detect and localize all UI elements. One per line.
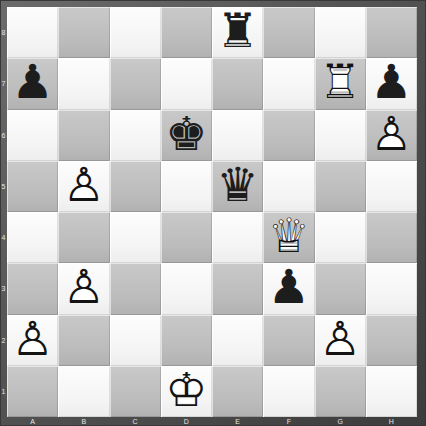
file-label-c: C: [110, 417, 161, 426]
white-piece-outline: ♙: [58, 159, 109, 210]
rank-label-5: 5: [0, 161, 7, 212]
square-f5[interactable]: [263, 161, 314, 212]
square-e1[interactable]: [212, 366, 263, 417]
square-f1[interactable]: [263, 366, 314, 417]
square-g8[interactable]: [315, 7, 366, 58]
square-h2[interactable]: [366, 315, 417, 366]
square-e6[interactable]: [212, 110, 263, 161]
square-a7[interactable]: ♟: [7, 58, 58, 109]
piece-white-pawn[interactable]: ♟♙: [58, 161, 109, 212]
square-b5[interactable]: ♟♙: [58, 161, 109, 212]
piece-white-pawn[interactable]: ♟♙: [58, 263, 109, 314]
square-b1[interactable]: [58, 366, 109, 417]
square-f4[interactable]: ♛♕: [263, 212, 314, 263]
file-label-g: G: [315, 417, 366, 426]
piece-white-queen[interactable]: ♛♕: [263, 212, 314, 263]
piece-white-rook[interactable]: ♜♖: [315, 58, 366, 109]
black-piece-glyph: ♟: [263, 261, 314, 312]
square-d1[interactable]: ♚♔: [161, 366, 212, 417]
rank-label-8: 8: [0, 7, 7, 58]
rank-label-1: 1: [0, 366, 7, 417]
square-c6[interactable]: [110, 110, 161, 161]
piece-black-pawn[interactable]: ♟: [366, 58, 417, 109]
square-c3[interactable]: [110, 263, 161, 314]
square-b7[interactable]: [58, 58, 109, 109]
square-d6[interactable]: ♚: [161, 110, 212, 161]
square-e3[interactable]: [212, 263, 263, 314]
rank-label-6: 6: [0, 110, 7, 161]
square-e4[interactable]: [212, 212, 263, 263]
square-e8[interactable]: ♜: [212, 7, 263, 58]
square-f2[interactable]: [263, 315, 314, 366]
square-d3[interactable]: [161, 263, 212, 314]
white-piece-outline: ♔: [161, 364, 212, 415]
rank-label-3: 3: [0, 263, 7, 314]
square-b3[interactable]: ♟♙: [58, 263, 109, 314]
white-piece-outline: ♙: [58, 261, 109, 312]
black-piece-glyph: ♟: [7, 56, 58, 107]
square-f6[interactable]: [263, 110, 314, 161]
square-g3[interactable]: [315, 263, 366, 314]
file-label-a: A: [7, 417, 58, 426]
square-a6[interactable]: [7, 110, 58, 161]
square-h1[interactable]: [366, 366, 417, 417]
square-a5[interactable]: [7, 161, 58, 212]
square-c1[interactable]: [110, 366, 161, 417]
square-d7[interactable]: [161, 58, 212, 109]
file-label-b: B: [58, 417, 109, 426]
square-d8[interactable]: [161, 7, 212, 58]
piece-white-pawn[interactable]: ♟♙: [315, 315, 366, 366]
black-piece-glyph: ♟: [366, 56, 417, 107]
square-g1[interactable]: [315, 366, 366, 417]
square-b4[interactable]: [58, 212, 109, 263]
white-piece-outline: ♙: [7, 313, 58, 364]
square-g5[interactable]: [315, 161, 366, 212]
square-b6[interactable]: [58, 110, 109, 161]
file-label-f: F: [263, 417, 314, 426]
square-g4[interactable]: [315, 212, 366, 263]
piece-white-king[interactable]: ♚♔: [161, 366, 212, 417]
rank-label-4: 4: [0, 212, 7, 263]
piece-black-rook[interactable]: ♜: [212, 7, 263, 58]
file-label-d: D: [161, 417, 212, 426]
square-b8[interactable]: [58, 7, 109, 58]
square-b2[interactable]: [58, 315, 109, 366]
square-a4[interactable]: [7, 212, 58, 263]
square-c5[interactable]: [110, 161, 161, 212]
square-g7[interactable]: ♜♖: [315, 58, 366, 109]
square-f8[interactable]: [263, 7, 314, 58]
square-h8[interactable]: [366, 7, 417, 58]
piece-white-pawn[interactable]: ♟♙: [366, 110, 417, 161]
black-piece-glyph: ♛: [212, 159, 263, 210]
file-label-h: H: [366, 417, 417, 426]
black-piece-glyph: ♚: [161, 108, 212, 159]
chess-board-frame: ♜♟♜♖♟♚♟♙♟♙♛♛♕♟♙♟♟♙♟♙♚♔ 8A7B6C5D4E3F2G1H: [0, 0, 426, 426]
square-h4[interactable]: [366, 212, 417, 263]
square-d5[interactable]: [161, 161, 212, 212]
square-e2[interactable]: [212, 315, 263, 366]
square-f3[interactable]: ♟: [263, 263, 314, 314]
rank-label-7: 7: [0, 58, 7, 109]
square-c2[interactable]: [110, 315, 161, 366]
square-h6[interactable]: ♟♙: [366, 110, 417, 161]
square-a3[interactable]: [7, 263, 58, 314]
square-f7[interactable]: [263, 58, 314, 109]
rank-label-2: 2: [0, 315, 7, 366]
piece-black-queen[interactable]: ♛: [212, 161, 263, 212]
white-piece-outline: ♙: [366, 108, 417, 159]
square-c8[interactable]: [110, 7, 161, 58]
white-piece-outline: ♙: [315, 313, 366, 364]
file-label-e: E: [212, 417, 263, 426]
piece-white-pawn[interactable]: ♟♙: [7, 315, 58, 366]
white-piece-outline: ♖: [315, 56, 366, 107]
square-h3[interactable]: [366, 263, 417, 314]
square-e7[interactable]: [212, 58, 263, 109]
black-piece-glyph: ♜: [212, 5, 263, 56]
square-h5[interactable]: [366, 161, 417, 212]
square-a8[interactable]: [7, 7, 58, 58]
square-c4[interactable]: [110, 212, 161, 263]
square-c7[interactable]: [110, 58, 161, 109]
white-piece-outline: ♕: [263, 210, 314, 261]
square-a1[interactable]: [7, 366, 58, 417]
piece-black-pawn[interactable]: ♟: [7, 58, 58, 109]
piece-black-king[interactable]: ♚: [161, 110, 212, 161]
square-h7[interactable]: ♟: [366, 58, 417, 109]
square-a2[interactable]: ♟♙: [7, 315, 58, 366]
square-g2[interactable]: ♟♙: [315, 315, 366, 366]
square-e5[interactable]: ♛: [212, 161, 263, 212]
square-d4[interactable]: [161, 212, 212, 263]
square-g6[interactable]: [315, 110, 366, 161]
square-d2[interactable]: [161, 315, 212, 366]
chess-board: ♜♟♜♖♟♚♟♙♟♙♛♛♕♟♙♟♟♙♟♙♚♔: [7, 7, 417, 417]
piece-black-pawn[interactable]: ♟: [263, 263, 314, 314]
